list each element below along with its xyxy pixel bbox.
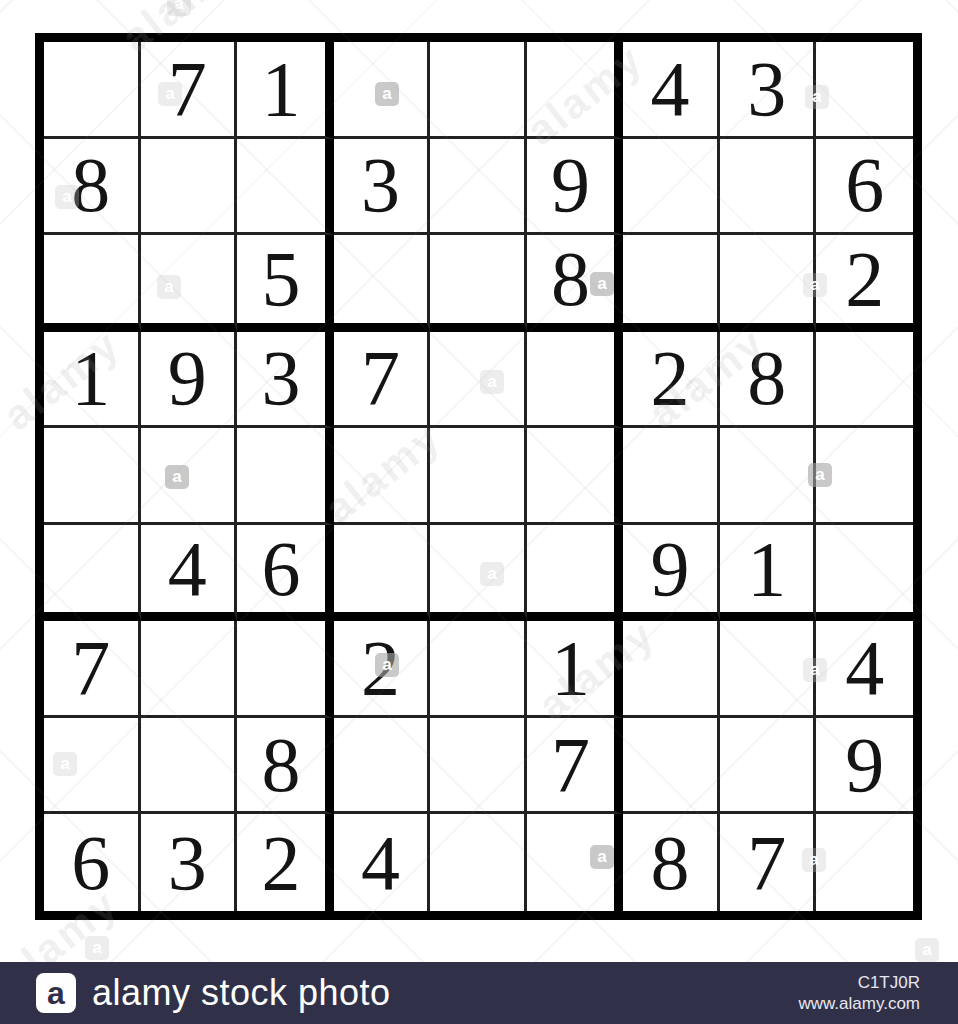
cell-r4c6[interactable] (527, 332, 624, 429)
cell-r1c2[interactable]: 7 (141, 42, 238, 139)
cell-r4c8[interactable]: 8 (720, 332, 817, 429)
cell-r3c3[interactable]: 5 (237, 235, 334, 332)
cell-r6c6[interactable] (527, 525, 624, 622)
cell-r7c2[interactable] (141, 621, 238, 718)
cell-r7c1[interactable]: 7 (44, 621, 141, 718)
footer-bar: a alamy stock photo C1TJ0R www.alamy.com (0, 962, 958, 1024)
website-url: www.alamy.com (798, 993, 920, 1014)
cell-r6c4[interactable] (334, 525, 431, 622)
cell-r3c9[interactable]: 2 (816, 235, 913, 332)
cell-r7c4[interactable]: 2 (334, 621, 431, 718)
sudoku-board: 7143839658219372846917214879632487 (35, 33, 922, 920)
cell-r5c2[interactable] (141, 428, 238, 525)
alamy-logo-letter: a (47, 975, 65, 1012)
cell-r5c3[interactable] (237, 428, 334, 525)
cell-r2c2[interactable] (141, 139, 238, 236)
cell-r8c4[interactable] (334, 718, 431, 815)
cell-r4c5[interactable] (430, 332, 527, 429)
cell-r3c5[interactable] (430, 235, 527, 332)
cell-r8c7[interactable] (623, 718, 720, 815)
stock-photo-page: { "game": "sudoku", "position": ".71...4… (0, 0, 958, 1024)
cell-r9c7[interactable]: 8 (623, 814, 720, 911)
cell-r1c3[interactable]: 1 (237, 42, 334, 139)
cell-r2c6[interactable]: 9 (527, 139, 624, 236)
cell-r9c8[interactable]: 7 (720, 814, 817, 911)
cell-r3c8[interactable] (720, 235, 817, 332)
alamy-brand-text: alamy stock photo (92, 972, 391, 1014)
cell-r3c6[interactable]: 8 (527, 235, 624, 332)
cell-r9c3[interactable]: 2 (237, 814, 334, 911)
alamy-logo-icon: a (36, 973, 76, 1013)
cell-r1c9[interactable] (816, 42, 913, 139)
cell-r9c2[interactable]: 3 (141, 814, 238, 911)
cell-r2c8[interactable] (720, 139, 817, 236)
cell-r1c6[interactable] (527, 42, 624, 139)
cell-r6c8[interactable]: 1 (720, 525, 817, 622)
cell-r6c7[interactable]: 9 (623, 525, 720, 622)
cell-r1c7[interactable]: 4 (623, 42, 720, 139)
cell-r5c8[interactable] (720, 428, 817, 525)
cell-r2c1[interactable]: 8 (44, 139, 141, 236)
cell-r6c5[interactable] (430, 525, 527, 622)
cell-r1c8[interactable]: 3 (720, 42, 817, 139)
cell-r5c7[interactable] (623, 428, 720, 525)
cell-r1c5[interactable] (430, 42, 527, 139)
cell-r4c2[interactable]: 9 (141, 332, 238, 429)
cell-r9c6[interactable] (527, 814, 624, 911)
cell-r3c7[interactable] (623, 235, 720, 332)
cell-r4c4[interactable]: 7 (334, 332, 431, 429)
cell-r4c1[interactable]: 1 (44, 332, 141, 429)
cell-r8c5[interactable] (430, 718, 527, 815)
cell-r7c3[interactable] (237, 621, 334, 718)
cell-r7c6[interactable]: 1 (527, 621, 624, 718)
cell-r9c1[interactable]: 6 (44, 814, 141, 911)
cell-r6c9[interactable] (816, 525, 913, 622)
cell-r8c8[interactable] (720, 718, 817, 815)
cell-r8c6[interactable]: 7 (527, 718, 624, 815)
watermark-a-badge: a (85, 936, 109, 960)
watermark-a-badge: a (915, 938, 939, 962)
cell-r2c7[interactable] (623, 139, 720, 236)
cell-r4c3[interactable]: 3 (237, 332, 334, 429)
cell-r3c4[interactable] (334, 235, 431, 332)
image-id: C1TJ0R (798, 972, 920, 993)
watermark-a-badge: a (167, 0, 191, 16)
cell-r5c9[interactable] (816, 428, 913, 525)
cell-r7c7[interactable] (623, 621, 720, 718)
cell-r2c3[interactable] (237, 139, 334, 236)
cell-r8c3[interactable]: 8 (237, 718, 334, 815)
cell-r6c3[interactable]: 6 (237, 525, 334, 622)
cell-r9c4[interactable]: 4 (334, 814, 431, 911)
cell-r5c1[interactable] (44, 428, 141, 525)
cell-r3c2[interactable] (141, 235, 238, 332)
cell-r7c5[interactable] (430, 621, 527, 718)
cell-r8c1[interactable] (44, 718, 141, 815)
cell-r1c4[interactable] (334, 42, 431, 139)
cell-r8c2[interactable] (141, 718, 238, 815)
cell-r5c4[interactable] (334, 428, 431, 525)
cell-r2c9[interactable]: 6 (816, 139, 913, 236)
cell-r5c6[interactable] (527, 428, 624, 525)
cell-r2c4[interactable]: 3 (334, 139, 431, 236)
cell-r2c5[interactable] (430, 139, 527, 236)
cell-r9c5[interactable] (430, 814, 527, 911)
cell-r6c2[interactable]: 4 (141, 525, 238, 622)
cell-r4c7[interactable]: 2 (623, 332, 720, 429)
cell-r4c9[interactable] (816, 332, 913, 429)
cell-r6c1[interactable] (44, 525, 141, 622)
cell-r8c9[interactable]: 9 (816, 718, 913, 815)
cell-r1c1[interactable] (44, 42, 141, 139)
cell-r7c8[interactable] (720, 621, 817, 718)
cell-r5c5[interactable] (430, 428, 527, 525)
cell-r3c1[interactable] (44, 235, 141, 332)
cell-r9c9[interactable] (816, 814, 913, 911)
cell-r7c9[interactable]: 4 (816, 621, 913, 718)
